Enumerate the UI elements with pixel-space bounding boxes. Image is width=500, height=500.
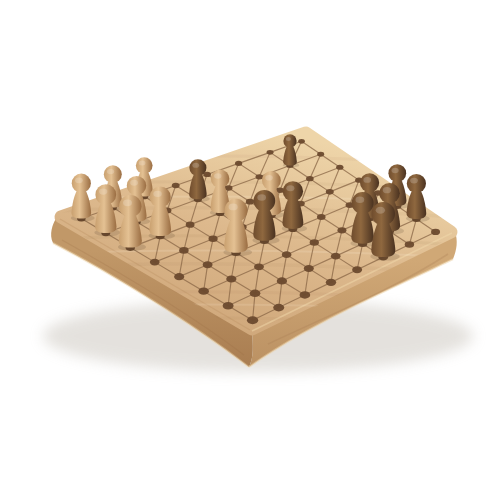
product-photo bbox=[0, 0, 500, 500]
board-hole bbox=[298, 139, 305, 144]
board-hole bbox=[172, 183, 180, 188]
board-hole bbox=[352, 266, 362, 273]
board-hole bbox=[179, 247, 188, 254]
board-hole bbox=[186, 222, 195, 228]
board-hole bbox=[326, 189, 334, 195]
board-hole bbox=[226, 275, 236, 282]
board-hole bbox=[326, 279, 336, 286]
board-hole bbox=[254, 263, 264, 270]
board-hole bbox=[431, 229, 440, 235]
board-hole bbox=[198, 288, 209, 295]
board-hole bbox=[306, 176, 314, 181]
board-hole bbox=[247, 316, 258, 324]
board-hole bbox=[203, 261, 213, 268]
board-hole bbox=[310, 239, 319, 245]
board-hole bbox=[304, 265, 314, 272]
board-hole bbox=[208, 236, 217, 242]
board-hole bbox=[255, 174, 263, 179]
board-hole bbox=[317, 152, 324, 157]
board-hole bbox=[273, 304, 284, 312]
board-hole bbox=[317, 214, 326, 220]
board-hole bbox=[331, 253, 341, 260]
board-hole bbox=[282, 251, 292, 258]
board-hole bbox=[174, 273, 184, 280]
board-hole bbox=[336, 165, 343, 170]
board-hole bbox=[223, 302, 234, 310]
board-hole bbox=[300, 291, 311, 298]
board-hole bbox=[277, 277, 287, 284]
board-hole bbox=[337, 227, 346, 233]
board-hole bbox=[250, 290, 261, 297]
board-hole bbox=[246, 199, 254, 205]
board-hole bbox=[150, 259, 160, 266]
board-hole bbox=[405, 241, 414, 248]
halma-board-scene bbox=[0, 0, 500, 500]
board-hole bbox=[235, 161, 242, 166]
board-hole bbox=[267, 150, 274, 155]
